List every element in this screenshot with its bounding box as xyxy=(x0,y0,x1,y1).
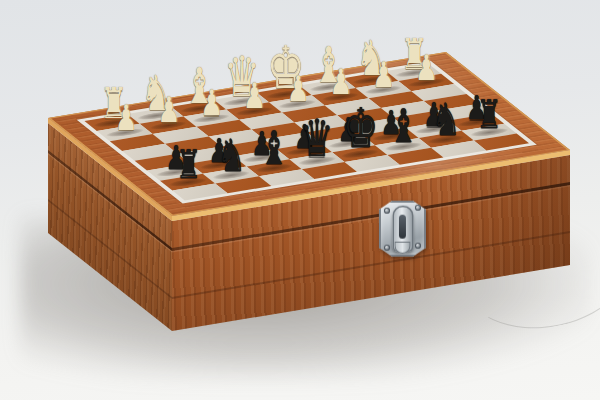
white-pawn-g2: ♟ xyxy=(373,59,396,91)
white-pawn-h2: ♟ xyxy=(416,51,439,83)
white-pawn-c2: ♟ xyxy=(200,87,223,119)
black-king-e7: ♚ xyxy=(343,105,378,154)
latch-screw xyxy=(415,243,421,249)
black-bishop-c7: ♝ xyxy=(260,127,290,168)
white-pawn-a2: ♟ xyxy=(114,101,137,133)
black-queen-d7: ♛ xyxy=(301,115,334,161)
clasp-latch xyxy=(379,201,426,257)
black-knight-g7: ♞ xyxy=(432,99,461,139)
chess-box-photo: ♜♞♝♛♚♝♞♜♟♟♟♟♟♟♟♟♟♟♟♟♟♟♟♟♜♞♝♛♚♝♞♜ xyxy=(0,0,600,400)
black-knight-b7: ♞ xyxy=(217,135,246,175)
latch-screw xyxy=(384,208,390,214)
white-pawn-b2: ♟ xyxy=(157,94,180,126)
latch-screw xyxy=(384,245,390,251)
black-bishop-f7: ♝ xyxy=(389,106,419,147)
latch-swing-hook xyxy=(392,206,413,252)
white-pawn-f2: ♟ xyxy=(330,66,353,98)
black-rook-h7: ♜ xyxy=(477,97,503,133)
white-pawn-e2: ♟ xyxy=(286,73,309,105)
black-rook-a7: ♜ xyxy=(176,147,202,183)
white-pawn-d2: ♟ xyxy=(243,80,266,112)
latch-screw xyxy=(415,205,421,211)
